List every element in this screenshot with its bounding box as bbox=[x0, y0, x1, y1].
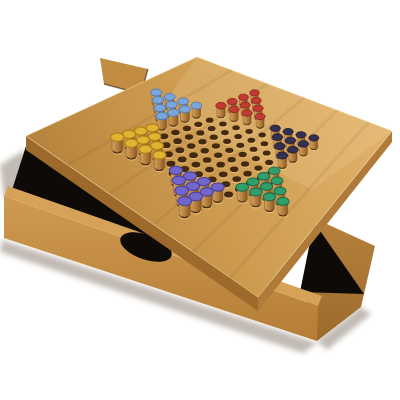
hole-empty[interactable] bbox=[221, 130, 229, 135]
hole-empty[interactable] bbox=[203, 157, 212, 163]
peg-top-green bbox=[271, 177, 283, 184]
peg-top-blue bbox=[152, 96, 163, 103]
hole-empty[interactable] bbox=[219, 122, 227, 127]
peg-top-yellow bbox=[148, 133, 161, 141]
peg-top-green bbox=[277, 198, 289, 206]
hole-empty[interactable] bbox=[185, 134, 193, 140]
hole-empty[interactable] bbox=[219, 171, 228, 177]
peg-yellow[interactable] bbox=[139, 145, 152, 164]
peg-top-red bbox=[242, 110, 252, 116]
peg-top-green bbox=[260, 183, 272, 191]
peg-top-green bbox=[268, 167, 280, 174]
peg-top-blue bbox=[168, 109, 180, 116]
product-photo-chinese-checkers bbox=[0, 0, 400, 400]
hole-empty[interactable] bbox=[206, 118, 214, 123]
hole-empty[interactable] bbox=[245, 129, 252, 134]
peg-top-yellow bbox=[134, 127, 147, 135]
peg-purple[interactable] bbox=[178, 197, 192, 217]
peg-top-purple bbox=[169, 166, 182, 174]
peg-red[interactable] bbox=[242, 110, 252, 125]
hole-empty[interactable] bbox=[234, 134, 242, 139]
peg-top-red bbox=[239, 94, 249, 100]
peg-top-navy bbox=[274, 143, 285, 150]
hole-empty[interactable] bbox=[232, 176, 241, 182]
peg-top-red bbox=[255, 113, 265, 119]
peg-top-red bbox=[251, 97, 261, 103]
peg-top-red bbox=[227, 98, 237, 104]
hole-empty[interactable] bbox=[216, 162, 225, 168]
peg-top-blue bbox=[166, 101, 177, 108]
peg-top-navy bbox=[283, 128, 293, 134]
hole-empty[interactable] bbox=[250, 147, 258, 152]
peg-red[interactable] bbox=[229, 106, 239, 121]
peg-top-navy bbox=[277, 152, 288, 159]
peg-top-navy bbox=[285, 137, 295, 144]
hole-empty[interactable] bbox=[189, 152, 198, 158]
peg-top-green bbox=[274, 187, 286, 195]
peg-blue[interactable] bbox=[168, 109, 180, 126]
peg-blue[interactable] bbox=[179, 106, 190, 122]
peg-top-navy bbox=[298, 141, 308, 147]
peg-top-yellow bbox=[153, 151, 166, 159]
peg-top-green bbox=[247, 178, 259, 186]
peg-top-navy bbox=[270, 125, 280, 131]
peg-top-yellow bbox=[125, 139, 138, 147]
hole-empty[interactable] bbox=[212, 143, 220, 148]
peg-top-purple bbox=[178, 197, 192, 206]
hole-empty[interactable] bbox=[183, 126, 191, 131]
peg-top-blue bbox=[151, 89, 162, 96]
peg-navy[interactable] bbox=[298, 141, 308, 156]
hole-empty[interactable] bbox=[178, 157, 187, 163]
peg-top-green bbox=[258, 173, 270, 181]
scene bbox=[0, 0, 400, 400]
hole-empty[interactable] bbox=[194, 122, 202, 127]
peg-top-yellow bbox=[139, 145, 152, 153]
peg-top-yellow bbox=[111, 133, 124, 141]
peg-top-blue bbox=[179, 106, 190, 113]
hole-empty[interactable] bbox=[208, 126, 216, 131]
peg-navy[interactable] bbox=[309, 135, 319, 149]
hole-empty[interactable] bbox=[201, 148, 209, 154]
hole-empty[interactable] bbox=[175, 147, 184, 153]
hole-empty[interactable] bbox=[198, 139, 206, 144]
peg-top-purple bbox=[172, 176, 186, 185]
peg-green[interactable] bbox=[277, 198, 289, 216]
hole-empty[interactable] bbox=[241, 161, 249, 166]
peg-navy[interactable] bbox=[277, 152, 288, 168]
hole-empty[interactable] bbox=[259, 132, 266, 137]
peg-top-red bbox=[216, 102, 226, 109]
peg-top-red bbox=[229, 106, 239, 112]
hole-empty[interactable] bbox=[232, 125, 240, 130]
peg-top-blue bbox=[156, 112, 168, 119]
peg-top-red bbox=[253, 105, 263, 111]
peg-top-red bbox=[250, 90, 259, 96]
hole-empty[interactable] bbox=[171, 130, 179, 136]
hole-empty[interactable] bbox=[230, 166, 238, 172]
peg-top-navy bbox=[296, 132, 306, 138]
hole-empty[interactable] bbox=[252, 156, 260, 161]
hole-empty[interactable] bbox=[214, 152, 222, 158]
hole-empty[interactable] bbox=[205, 167, 214, 173]
peg-top-navy bbox=[309, 135, 319, 141]
hole-empty[interactable] bbox=[239, 152, 247, 157]
peg-top-blue bbox=[178, 98, 189, 105]
peg-yellow[interactable] bbox=[125, 139, 138, 158]
hole-empty[interactable] bbox=[192, 162, 201, 168]
peg-top-blue bbox=[164, 93, 175, 100]
hole-empty[interactable] bbox=[173, 138, 182, 144]
peg-navy[interactable] bbox=[288, 146, 299, 161]
hole-empty[interactable] bbox=[224, 192, 233, 198]
peg-top-green bbox=[236, 183, 249, 191]
peg-green[interactable] bbox=[236, 183, 249, 201]
peg-top-blue bbox=[191, 102, 202, 109]
hole-empty[interactable] bbox=[225, 148, 233, 153]
peg-top-navy bbox=[272, 134, 283, 141]
peg-green[interactable] bbox=[263, 193, 275, 211]
peg-green[interactable] bbox=[250, 188, 263, 206]
peg-top-blue bbox=[154, 104, 166, 111]
hole-empty[interactable] bbox=[236, 143, 244, 148]
hole-empty[interactable] bbox=[243, 171, 251, 177]
peg-red[interactable] bbox=[216, 102, 226, 117]
peg-blue[interactable] bbox=[191, 102, 202, 118]
hole-empty[interactable] bbox=[210, 135, 218, 140]
hole-empty[interactable] bbox=[261, 141, 269, 146]
hole-empty[interactable] bbox=[223, 139, 231, 144]
peg-top-green bbox=[250, 188, 263, 196]
hole-empty[interactable] bbox=[247, 138, 255, 143]
hole-empty[interactable] bbox=[263, 150, 271, 155]
hole-empty[interactable] bbox=[254, 165, 262, 170]
peg-top-purple bbox=[175, 186, 189, 195]
peg-top-navy bbox=[288, 146, 299, 153]
hole-empty[interactable] bbox=[187, 143, 195, 149]
hole-empty[interactable] bbox=[265, 160, 273, 165]
peg-yellow[interactable] bbox=[153, 151, 166, 170]
hole-empty[interactable] bbox=[196, 130, 204, 135]
peg-top-red bbox=[240, 102, 250, 108]
peg-yellow[interactable] bbox=[111, 133, 124, 152]
hole-empty[interactable] bbox=[228, 157, 236, 163]
peg-top-green bbox=[263, 193, 275, 201]
peg-red[interactable] bbox=[255, 113, 265, 128]
peg-top-yellow bbox=[146, 124, 158, 132]
